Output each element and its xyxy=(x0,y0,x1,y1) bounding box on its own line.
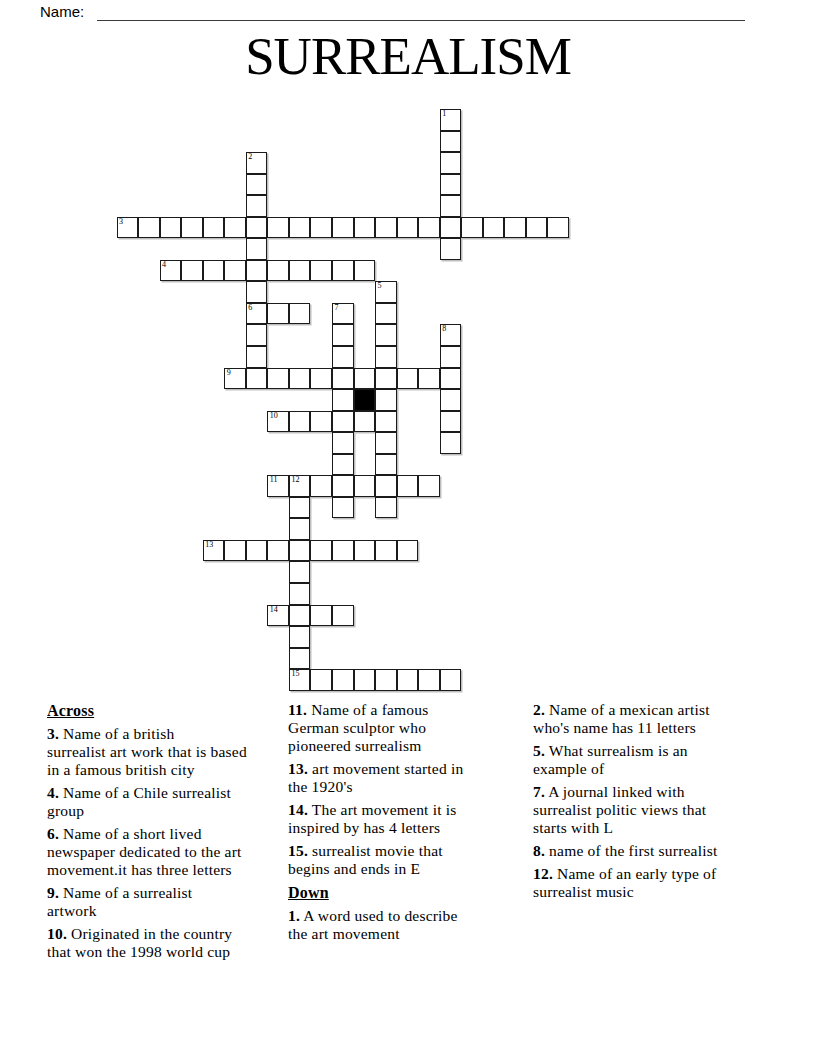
answer-cell[interactable] xyxy=(354,669,376,691)
answer-cell[interactable] xyxy=(375,303,397,325)
answer-cell[interactable] xyxy=(397,475,419,497)
answer-cell[interactable] xyxy=(246,174,268,196)
answer-cell[interactable] xyxy=(224,540,246,562)
answer-cell[interactable] xyxy=(310,411,332,433)
answer-cell[interactable] xyxy=(289,583,311,605)
answer-cell[interactable] xyxy=(397,217,419,239)
answer-cell[interactable] xyxy=(375,368,397,390)
answer-cell[interactable] xyxy=(289,260,311,282)
clue-label: 12. xyxy=(533,865,553,882)
answer-cell[interactable] xyxy=(375,324,397,346)
answer-cell[interactable] xyxy=(267,260,289,282)
across-clue-11: 11. Name of a famous German sculptor who… xyxy=(288,701,528,755)
answer-cell[interactable] xyxy=(354,260,376,282)
answer-cell[interactable] xyxy=(332,217,354,239)
answer-cell[interactable] xyxy=(289,540,311,562)
answer-cell[interactable] xyxy=(289,411,311,433)
answer-cell[interactable]: 11 xyxy=(267,475,289,497)
answer-cell[interactable] xyxy=(375,411,397,433)
answer-cell[interactable] xyxy=(246,368,268,390)
answer-cell[interactable] xyxy=(332,669,354,691)
answer-cell[interactable] xyxy=(224,260,246,282)
clue-number: 8 xyxy=(442,324,446,333)
down-clue-12: 12. Name of an early type of surrealist … xyxy=(533,865,768,901)
page-title: SURREALISM xyxy=(0,28,816,84)
answer-cell[interactable] xyxy=(289,561,311,583)
answer-cell[interactable]: 6 xyxy=(246,303,268,325)
clue-number: 15 xyxy=(291,669,299,678)
answer-cell[interactable] xyxy=(440,346,462,368)
clue-label: 15. xyxy=(288,842,308,859)
answer-cell[interactable] xyxy=(289,648,311,670)
answer-cell[interactable] xyxy=(332,475,354,497)
answer-cell[interactable] xyxy=(138,217,160,239)
answer-cell[interactable] xyxy=(203,260,225,282)
clue-number: 7 xyxy=(334,303,338,312)
clue-number: 3 xyxy=(119,217,123,226)
answer-cell[interactable] xyxy=(440,411,462,433)
clue-label: 3. xyxy=(47,725,59,742)
clue-number: 5 xyxy=(378,281,382,290)
clue-label: 13. xyxy=(288,760,308,777)
answer-cell[interactable] xyxy=(332,454,354,476)
answer-cell[interactable] xyxy=(332,432,354,454)
answer-cell[interactable] xyxy=(375,475,397,497)
answer-cell[interactable] xyxy=(440,368,462,390)
crossword-grid: 123456789101112131415 xyxy=(117,109,569,691)
answer-cell[interactable] xyxy=(354,217,376,239)
answer-cell[interactable] xyxy=(267,303,289,325)
across-clue-6: 6. Name of a short lived newspaper dedic… xyxy=(47,825,292,879)
answer-cell[interactable] xyxy=(332,324,354,346)
clue-number: 6 xyxy=(248,303,252,312)
answer-cell[interactable] xyxy=(289,368,311,390)
clue-label: 5. xyxy=(533,742,545,759)
answer-cell[interactable] xyxy=(310,540,332,562)
answer-cell[interactable] xyxy=(289,217,311,239)
answer-cell[interactable] xyxy=(375,217,397,239)
answer-cell[interactable] xyxy=(418,669,440,691)
answer-cell[interactable] xyxy=(440,389,462,411)
answer-cell[interactable] xyxy=(440,669,462,691)
across-clue-10: 10. Originated in the country that won t… xyxy=(47,925,292,961)
answer-cell[interactable]: 4 xyxy=(160,260,182,282)
clue-column-1: Across3. Name of a british surrealist ar… xyxy=(47,701,292,966)
name-blank-line[interactable] xyxy=(97,4,745,21)
answer-cell[interactable] xyxy=(310,669,332,691)
answer-cell[interactable] xyxy=(397,368,419,390)
answer-cell[interactable] xyxy=(267,540,289,562)
clue-number: 11 xyxy=(270,475,278,484)
answer-cell[interactable] xyxy=(440,152,462,174)
answer-cell[interactable] xyxy=(289,626,311,648)
answer-cell[interactable] xyxy=(332,346,354,368)
answer-cell[interactable] xyxy=(246,217,268,239)
clue-label: 14. xyxy=(288,801,308,818)
answer-cell[interactable] xyxy=(246,540,268,562)
name-label: Name: xyxy=(40,3,84,21)
answer-cell[interactable] xyxy=(547,217,569,239)
down-heading: Down xyxy=(288,883,528,902)
black-cell xyxy=(354,389,376,411)
answer-cell[interactable] xyxy=(332,540,354,562)
answer-cell[interactable]: 13 xyxy=(203,540,225,562)
down-clue-7: 7. A journal linked with surrealist poli… xyxy=(533,783,768,837)
answer-cell[interactable]: 5 xyxy=(375,281,397,303)
answer-cell[interactable] xyxy=(375,432,397,454)
answer-cell[interactable] xyxy=(375,669,397,691)
answer-cell[interactable] xyxy=(289,518,311,540)
answer-cell[interactable] xyxy=(203,217,225,239)
answer-cell[interactable]: 14 xyxy=(267,605,289,627)
answer-cell[interactable]: 12 xyxy=(289,475,311,497)
clue-label: 9. xyxy=(47,884,59,901)
answer-cell[interactable] xyxy=(332,497,354,519)
answer-cell[interactable]: 15 xyxy=(289,669,311,691)
clue-number: 4 xyxy=(162,260,166,269)
answer-cell[interactable] xyxy=(375,454,397,476)
clue-number: 9 xyxy=(227,368,231,377)
answer-cell[interactable] xyxy=(246,346,268,368)
answer-cell[interactable]: 3 xyxy=(117,217,139,239)
across-clue-4: 4. Name of a Chile surrealist group xyxy=(47,784,292,820)
answer-cell[interactable] xyxy=(354,411,376,433)
answer-cell[interactable] xyxy=(375,497,397,519)
clue-column-3: 2. Name of a mexican artist who's name h… xyxy=(533,701,768,906)
answer-cell[interactable] xyxy=(310,368,332,390)
across-heading: Across xyxy=(47,701,292,720)
answer-cell[interactable] xyxy=(332,389,354,411)
down-clue-5: 5. What surrealism is an example of xyxy=(533,742,768,778)
answer-cell[interactable] xyxy=(267,368,289,390)
answer-cell[interactable] xyxy=(310,260,332,282)
answer-cell[interactable] xyxy=(289,497,311,519)
answer-cell[interactable] xyxy=(354,540,376,562)
answer-cell[interactable]: 9 xyxy=(224,368,246,390)
answer-cell[interactable] xyxy=(354,475,376,497)
down-clue-2: 2. Name of a mexican artist who's name h… xyxy=(533,701,768,737)
answer-cell[interactable] xyxy=(289,303,311,325)
clue-number: 10 xyxy=(270,411,278,420)
answer-cell[interactable] xyxy=(440,195,462,217)
answer-cell[interactable] xyxy=(440,432,462,454)
answer-cell[interactable] xyxy=(181,217,203,239)
answer-cell[interactable] xyxy=(246,260,268,282)
clue-label: 8. xyxy=(533,842,545,859)
answer-cell[interactable] xyxy=(375,389,397,411)
answer-cell[interactable] xyxy=(397,669,419,691)
answer-cell[interactable] xyxy=(246,195,268,217)
answer-cell[interactable]: 8 xyxy=(440,324,462,346)
across-clue-9: 9. Name of a surrealist artwork xyxy=(47,884,292,920)
clue-label: 11. xyxy=(288,701,307,718)
answer-cell[interactable]: 2 xyxy=(246,152,268,174)
answer-cell[interactable]: 1 xyxy=(440,109,462,131)
answer-cell[interactable] xyxy=(483,217,505,239)
answer-cell[interactable]: 10 xyxy=(267,411,289,433)
clue-number: 14 xyxy=(270,605,278,614)
answer-cell[interactable] xyxy=(418,475,440,497)
answer-cell[interactable] xyxy=(332,605,354,627)
answer-cell[interactable] xyxy=(246,281,268,303)
answer-cell[interactable] xyxy=(267,217,289,239)
across-clue-13: 13. art movement started in the 1920's xyxy=(288,760,528,796)
answer-cell[interactable] xyxy=(181,260,203,282)
answer-cell[interactable] xyxy=(332,368,354,390)
clue-number: 1 xyxy=(442,109,446,118)
answer-cell[interactable] xyxy=(332,260,354,282)
across-clue-14: 14. The art movement it is inspired by h… xyxy=(288,801,528,837)
answer-cell[interactable] xyxy=(310,605,332,627)
answer-cell[interactable] xyxy=(440,131,462,153)
answer-cell[interactable] xyxy=(332,411,354,433)
answer-cell[interactable]: 7 xyxy=(332,303,354,325)
clue-column-2: 11. Name of a famous German sculptor who… xyxy=(288,701,528,948)
clue-label: 10. xyxy=(47,925,67,942)
worksheet-page: { "game": "crossword", "title": "SURREAL… xyxy=(0,0,816,1056)
down-clue-8: 8. name of the first surrealist xyxy=(533,842,768,860)
clue-label: 7. xyxy=(533,783,545,800)
answer-cell[interactable] xyxy=(310,475,332,497)
clue-number: 2 xyxy=(248,152,252,161)
answer-cell[interactable] xyxy=(289,605,311,627)
down-clue-1: 1. A word used to describe the art movem… xyxy=(288,907,528,943)
answer-cell[interactable] xyxy=(418,368,440,390)
clue-label: 4. xyxy=(47,784,59,801)
answer-cell[interactable] xyxy=(375,346,397,368)
clue-number: 12 xyxy=(291,475,299,484)
answer-cell[interactable] xyxy=(224,217,246,239)
answer-cell[interactable] xyxy=(397,540,419,562)
clue-label: 1. xyxy=(288,907,300,924)
answer-cell[interactable] xyxy=(418,217,440,239)
clue-label: 2. xyxy=(533,701,545,718)
answer-cell[interactable] xyxy=(440,174,462,196)
across-clue-15: 15. surrealist movie that begins and end… xyxy=(288,842,528,878)
answer-cell[interactable] xyxy=(246,324,268,346)
answer-cell[interactable] xyxy=(526,217,548,239)
answer-cell[interactable] xyxy=(375,540,397,562)
answer-cell[interactable] xyxy=(160,217,182,239)
answer-cell[interactable] xyxy=(504,217,526,239)
answer-cell[interactable] xyxy=(354,368,376,390)
clue-number: 13 xyxy=(205,540,213,549)
answer-cell[interactable] xyxy=(246,238,268,260)
clue-label: 6. xyxy=(47,825,59,842)
answer-cell[interactable] xyxy=(461,217,483,239)
answer-cell[interactable] xyxy=(310,217,332,239)
answer-cell[interactable] xyxy=(440,217,462,239)
across-clue-3: 3. Name of a british surrealist art work… xyxy=(47,725,292,779)
answer-cell[interactable] xyxy=(440,238,462,260)
